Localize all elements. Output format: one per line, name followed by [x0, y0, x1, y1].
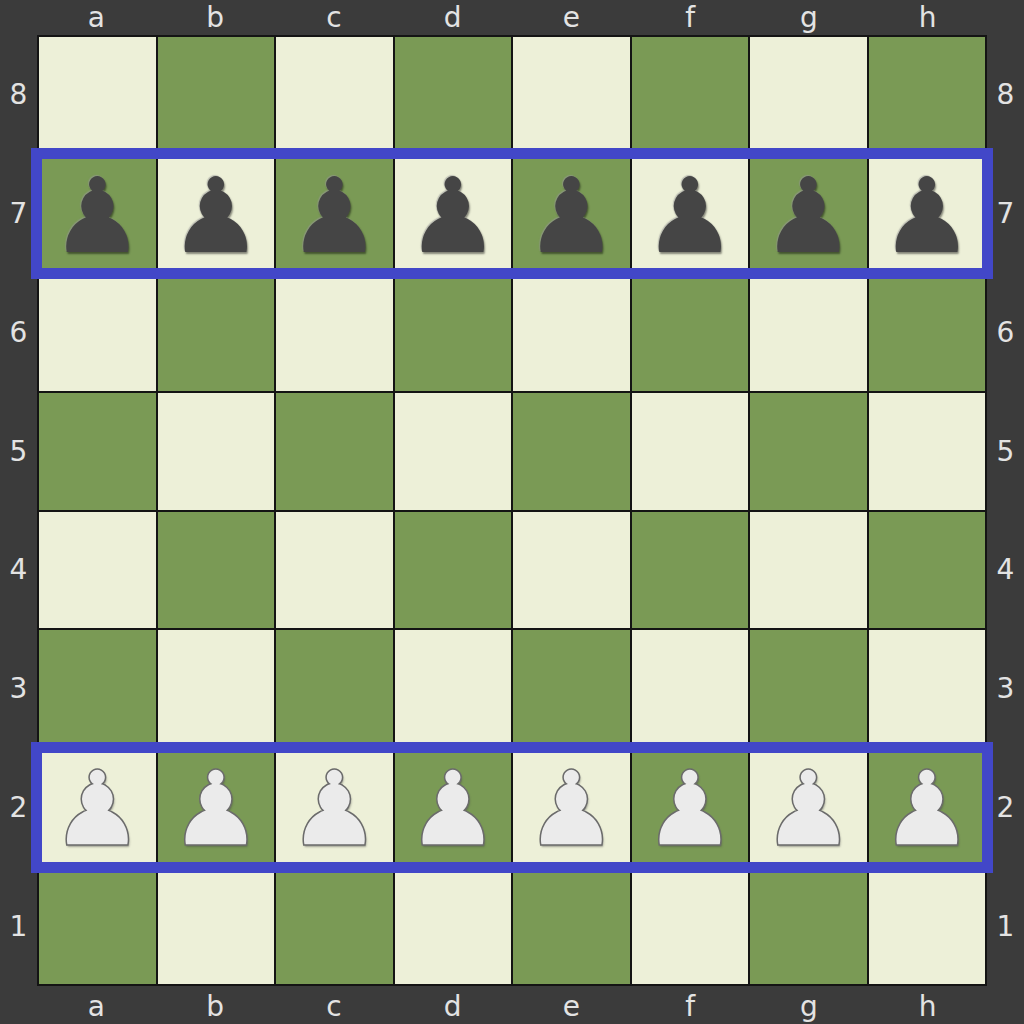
- chess-board: ♟♟♟♟♟♟♟♟♟♟♟♟♟♟♟♟: [37, 35, 987, 986]
- white-pawn[interactable]: ♟: [406, 757, 499, 861]
- square-h5[interactable]: [869, 393, 986, 510]
- square-f7[interactable]: ♟: [632, 156, 749, 273]
- square-h2[interactable]: ♟: [869, 749, 986, 866]
- square-c8[interactable]: [276, 37, 393, 154]
- file-label-h: h: [868, 988, 987, 1024]
- white-pawn[interactable]: ♟: [169, 757, 262, 861]
- white-pawn[interactable]: ♟: [51, 757, 144, 861]
- file-label-a: a: [37, 988, 156, 1024]
- rank-label-6: 6: [0, 273, 37, 392]
- square-d8[interactable]: [395, 37, 512, 154]
- square-c3[interactable]: [276, 630, 393, 747]
- square-f5[interactable]: [632, 393, 749, 510]
- square-g3[interactable]: [750, 630, 867, 747]
- rank-label-3: 3: [0, 629, 37, 748]
- square-h4[interactable]: [869, 512, 986, 629]
- black-pawn[interactable]: ♟: [762, 164, 855, 268]
- square-f6[interactable]: [632, 274, 749, 391]
- square-e5[interactable]: [513, 393, 630, 510]
- square-h7[interactable]: ♟: [869, 156, 986, 273]
- square-b8[interactable]: [158, 37, 275, 154]
- file-label-a: a: [37, 0, 156, 35]
- square-c1[interactable]: [276, 867, 393, 984]
- square-a1[interactable]: [39, 867, 156, 984]
- rank-label-2: 2: [987, 748, 1024, 867]
- square-c7[interactable]: ♟: [276, 156, 393, 273]
- file-label-b: b: [156, 988, 275, 1024]
- square-a5[interactable]: [39, 393, 156, 510]
- black-pawn[interactable]: ♟: [880, 164, 973, 268]
- square-e4[interactable]: [513, 512, 630, 629]
- black-pawn[interactable]: ♟: [288, 164, 381, 268]
- square-h6[interactable]: [869, 274, 986, 391]
- square-c2[interactable]: ♟: [276, 749, 393, 866]
- square-b4[interactable]: [158, 512, 275, 629]
- black-pawn[interactable]: ♟: [643, 164, 736, 268]
- square-d6[interactable]: [395, 274, 512, 391]
- file-label-d: d: [393, 988, 512, 1024]
- square-a8[interactable]: [39, 37, 156, 154]
- black-pawn[interactable]: ♟: [51, 164, 144, 268]
- square-b6[interactable]: [158, 274, 275, 391]
- square-c4[interactable]: [276, 512, 393, 629]
- square-a3[interactable]: [39, 630, 156, 747]
- file-labels-top: abcdefgh: [37, 0, 987, 35]
- square-g1[interactable]: [750, 867, 867, 984]
- square-e8[interactable]: [513, 37, 630, 154]
- rank-labels-left: 87654321: [0, 35, 37, 986]
- square-f3[interactable]: [632, 630, 749, 747]
- file-label-c: c: [275, 0, 394, 35]
- rank-label-5: 5: [0, 392, 37, 511]
- square-a4[interactable]: [39, 512, 156, 629]
- white-pawn[interactable]: ♟: [643, 757, 736, 861]
- white-pawn[interactable]: ♟: [762, 757, 855, 861]
- square-f2[interactable]: ♟: [632, 749, 749, 866]
- file-label-d: d: [393, 0, 512, 35]
- square-b3[interactable]: [158, 630, 275, 747]
- square-b5[interactable]: [158, 393, 275, 510]
- square-d1[interactable]: [395, 867, 512, 984]
- square-e3[interactable]: [513, 630, 630, 747]
- rank-label-2: 2: [0, 748, 37, 867]
- rank-label-1: 1: [987, 867, 1024, 986]
- rank-labels-right: 87654321: [987, 35, 1024, 986]
- square-a7[interactable]: ♟: [39, 156, 156, 273]
- rank-label-7: 7: [0, 154, 37, 273]
- square-h1[interactable]: [869, 867, 986, 984]
- square-g4[interactable]: [750, 512, 867, 629]
- rank-label-4: 4: [987, 511, 1024, 630]
- square-a6[interactable]: [39, 274, 156, 391]
- square-g6[interactable]: [750, 274, 867, 391]
- file-label-b: b: [156, 0, 275, 35]
- black-pawn[interactable]: ♟: [525, 164, 618, 268]
- file-label-f: f: [631, 0, 750, 35]
- file-label-h: h: [868, 0, 987, 35]
- white-pawn[interactable]: ♟: [880, 757, 973, 861]
- white-pawn[interactable]: ♟: [288, 757, 381, 861]
- square-d3[interactable]: [395, 630, 512, 747]
- rank-label-6: 6: [987, 273, 1024, 392]
- square-b2[interactable]: ♟: [158, 749, 275, 866]
- square-e2[interactable]: ♟: [513, 749, 630, 866]
- black-pawn[interactable]: ♟: [169, 164, 262, 268]
- square-f8[interactable]: [632, 37, 749, 154]
- square-d4[interactable]: [395, 512, 512, 629]
- file-label-e: e: [512, 0, 631, 35]
- rank-label-8: 8: [987, 35, 1024, 154]
- square-e7[interactable]: ♟: [513, 156, 630, 273]
- square-g7[interactable]: ♟: [750, 156, 867, 273]
- rank-label-4: 4: [0, 511, 37, 630]
- rank-label-3: 3: [987, 629, 1024, 748]
- board-frame: abcdefgh abcdefgh 87654321 87654321 ♟♟♟♟…: [0, 0, 1024, 1024]
- rank-label-1: 1: [0, 867, 37, 986]
- square-h8[interactable]: [869, 37, 986, 154]
- square-g8[interactable]: [750, 37, 867, 154]
- rank-label-5: 5: [987, 392, 1024, 511]
- file-label-g: g: [750, 988, 869, 1024]
- square-f4[interactable]: [632, 512, 749, 629]
- square-d2[interactable]: ♟: [395, 749, 512, 866]
- file-label-f: f: [631, 988, 750, 1024]
- square-g5[interactable]: [750, 393, 867, 510]
- square-c6[interactable]: [276, 274, 393, 391]
- file-label-c: c: [275, 988, 394, 1024]
- white-pawn[interactable]: ♟: [525, 757, 618, 861]
- square-e6[interactable]: [513, 274, 630, 391]
- file-label-g: g: [750, 0, 869, 35]
- square-d7[interactable]: ♟: [395, 156, 512, 273]
- square-g2[interactable]: ♟: [750, 749, 867, 866]
- square-a2[interactable]: ♟: [39, 749, 156, 866]
- square-c5[interactable]: [276, 393, 393, 510]
- black-pawn[interactable]: ♟: [406, 164, 499, 268]
- file-labels-bottom: abcdefgh: [37, 988, 987, 1024]
- rank-label-7: 7: [987, 154, 1024, 273]
- square-b7[interactable]: ♟: [158, 156, 275, 273]
- square-h3[interactable]: [869, 630, 986, 747]
- square-f1[interactable]: [632, 867, 749, 984]
- square-e1[interactable]: [513, 867, 630, 984]
- rank-label-8: 8: [0, 35, 37, 154]
- square-b1[interactable]: [158, 867, 275, 984]
- square-d5[interactable]: [395, 393, 512, 510]
- file-label-e: e: [512, 988, 631, 1024]
